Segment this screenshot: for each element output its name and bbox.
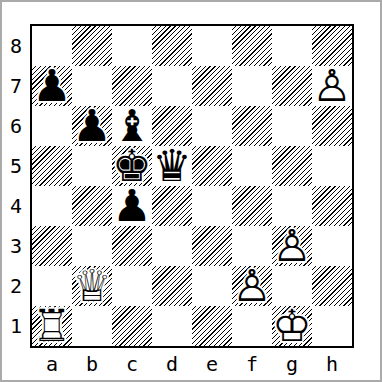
piece-black-pawn-c4[interactable]: ♟ bbox=[112, 186, 152, 226]
white-piece-outline: ♕ bbox=[72, 266, 112, 306]
square-d8[interactable] bbox=[152, 26, 192, 66]
square-a3[interactable] bbox=[32, 226, 72, 266]
square-d3[interactable] bbox=[152, 226, 192, 266]
white-piece-outline: ♖ bbox=[32, 306, 72, 346]
square-f1[interactable] bbox=[232, 306, 272, 346]
square-e2[interactable] bbox=[192, 266, 232, 306]
square-e5[interactable] bbox=[192, 146, 232, 186]
square-d2[interactable] bbox=[152, 266, 192, 306]
square-a5[interactable] bbox=[32, 146, 72, 186]
white-piece-outline: ♙ bbox=[232, 266, 272, 306]
square-c8[interactable] bbox=[112, 26, 152, 66]
square-h6[interactable] bbox=[312, 106, 352, 146]
piece-white-pawn-g3[interactable]: ♟♙ bbox=[272, 226, 312, 266]
square-d7[interactable] bbox=[152, 66, 192, 106]
file-label-c: c bbox=[112, 348, 152, 380]
file-label-d: d bbox=[152, 348, 192, 380]
square-c1[interactable] bbox=[112, 306, 152, 346]
rank-label-2: 2 bbox=[4, 266, 28, 306]
rank-label-4: 4 bbox=[4, 186, 28, 226]
square-g7[interactable] bbox=[272, 66, 312, 106]
square-e1[interactable] bbox=[192, 306, 232, 346]
square-h5[interactable] bbox=[312, 146, 352, 186]
square-a6[interactable] bbox=[32, 106, 72, 146]
black-piece-glyph: ♟ bbox=[72, 106, 112, 146]
square-a4[interactable] bbox=[32, 186, 72, 226]
rank-label-7: 7 bbox=[4, 66, 28, 106]
black-piece-glyph: ♛ bbox=[152, 146, 192, 186]
piece-white-pawn-f2[interactable]: ♟♙ bbox=[232, 266, 272, 306]
chess-board: ♟♟♙♟♝♚♛♟♟♙♛♕♟♙♜♖♚♔ bbox=[30, 24, 354, 348]
square-d4[interactable] bbox=[152, 186, 192, 226]
square-g3[interactable]: ♟♙ bbox=[272, 226, 312, 266]
file-label-a: a bbox=[32, 348, 72, 380]
square-g8[interactable] bbox=[272, 26, 312, 66]
square-c3[interactable] bbox=[112, 226, 152, 266]
square-g6[interactable] bbox=[272, 106, 312, 146]
square-c4[interactable]: ♟ bbox=[112, 186, 152, 226]
file-label-f: f bbox=[232, 348, 272, 380]
square-h3[interactable] bbox=[312, 226, 352, 266]
square-b5[interactable] bbox=[72, 146, 112, 186]
square-f7[interactable] bbox=[232, 66, 272, 106]
square-f8[interactable] bbox=[232, 26, 272, 66]
square-f6[interactable] bbox=[232, 106, 272, 146]
square-d1[interactable] bbox=[152, 306, 192, 346]
black-piece-glyph: ♟ bbox=[32, 66, 72, 106]
chess-diagram: ♟♟♙♟♝♚♛♟♟♙♛♕♟♙♜♖♚♔ 87654321 abcdefgh bbox=[0, 0, 382, 382]
piece-white-pawn-h7[interactable]: ♟♙ bbox=[312, 66, 352, 106]
piece-black-pawn-b6[interactable]: ♟ bbox=[72, 106, 112, 146]
white-piece-outline: ♙ bbox=[272, 226, 312, 266]
file-labels: abcdefgh bbox=[30, 348, 356, 380]
square-c2[interactable] bbox=[112, 266, 152, 306]
square-a1[interactable]: ♜♖ bbox=[32, 306, 72, 346]
square-b4[interactable] bbox=[72, 186, 112, 226]
white-piece-outline: ♔ bbox=[272, 306, 312, 346]
rank-labels: 87654321 bbox=[4, 24, 28, 350]
square-f5[interactable] bbox=[232, 146, 272, 186]
square-f4[interactable] bbox=[232, 186, 272, 226]
rank-label-1: 1 bbox=[4, 306, 28, 346]
white-piece-outline: ♙ bbox=[312, 66, 352, 106]
square-h1[interactable] bbox=[312, 306, 352, 346]
square-b1[interactable] bbox=[72, 306, 112, 346]
file-label-b: b bbox=[72, 348, 112, 380]
file-label-g: g bbox=[272, 348, 312, 380]
piece-black-pawn-a7[interactable]: ♟ bbox=[32, 66, 72, 106]
square-b2[interactable]: ♛♕ bbox=[72, 266, 112, 306]
piece-black-queen-d5[interactable]: ♛ bbox=[152, 146, 192, 186]
square-d5[interactable]: ♛ bbox=[152, 146, 192, 186]
square-g5[interactable] bbox=[272, 146, 312, 186]
square-b8[interactable] bbox=[72, 26, 112, 66]
piece-white-rook-a1[interactable]: ♜♖ bbox=[32, 306, 72, 346]
square-e6[interactable] bbox=[192, 106, 232, 146]
square-h2[interactable] bbox=[312, 266, 352, 306]
black-piece-glyph: ♟ bbox=[112, 186, 152, 226]
piece-white-king-g1[interactable]: ♚♔ bbox=[272, 306, 312, 346]
square-e3[interactable] bbox=[192, 226, 232, 266]
square-e4[interactable] bbox=[192, 186, 232, 226]
file-label-h: h bbox=[312, 348, 352, 380]
square-g1[interactable]: ♚♔ bbox=[272, 306, 312, 346]
rank-label-8: 8 bbox=[4, 26, 28, 66]
square-b6[interactable]: ♟ bbox=[72, 106, 112, 146]
square-f2[interactable]: ♟♙ bbox=[232, 266, 272, 306]
square-h4[interactable] bbox=[312, 186, 352, 226]
rank-label-3: 3 bbox=[4, 226, 28, 266]
square-h7[interactable]: ♟♙ bbox=[312, 66, 352, 106]
piece-white-queen-b2[interactable]: ♛♕ bbox=[72, 266, 112, 306]
square-e8[interactable] bbox=[192, 26, 232, 66]
square-a7[interactable]: ♟ bbox=[32, 66, 72, 106]
rank-label-5: 5 bbox=[4, 146, 28, 186]
file-label-e: e bbox=[192, 348, 232, 380]
rank-label-6: 6 bbox=[4, 106, 28, 146]
square-e7[interactable] bbox=[192, 66, 232, 106]
